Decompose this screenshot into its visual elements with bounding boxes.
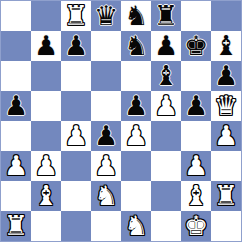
- square-b7[interactable]: ♟: [31, 31, 61, 61]
- square-f7[interactable]: ♟: [151, 31, 181, 61]
- piece-black-pawn: ♟: [34, 31, 58, 61]
- square-h6[interactable]: ♟: [211, 61, 241, 91]
- piece-white-pawn: ♟: [184, 151, 208, 181]
- square-e3[interactable]: [121, 151, 151, 181]
- square-g7[interactable]: ♚: [181, 31, 211, 61]
- square-a8[interactable]: [1, 1, 31, 31]
- square-e8[interactable]: ♞: [121, 1, 151, 31]
- piece-white-pawn: ♟: [34, 151, 58, 181]
- square-d6[interactable]: [91, 61, 121, 91]
- piece-white-pawn: ♟: [4, 151, 28, 181]
- square-a4[interactable]: [1, 121, 31, 151]
- square-a5[interactable]: ♟: [1, 91, 31, 121]
- square-c4[interactable]: ♟: [61, 121, 91, 151]
- piece-white-bishop: ♝: [184, 181, 208, 211]
- square-h2[interactable]: ♜: [211, 181, 241, 211]
- square-f5[interactable]: ♟: [151, 91, 181, 121]
- square-e1[interactable]: ♞: [121, 211, 151, 241]
- square-e6[interactable]: [121, 61, 151, 91]
- square-c3[interactable]: [61, 151, 91, 181]
- square-d2[interactable]: ♞: [91, 181, 121, 211]
- piece-black-pawn: ♟: [154, 31, 178, 61]
- square-f6[interactable]: ♝: [151, 61, 181, 91]
- square-c6[interactable]: [61, 61, 91, 91]
- piece-white-knight: ♞: [94, 181, 118, 211]
- square-e2[interactable]: [121, 181, 151, 211]
- piece-black-pawn: ♟: [94, 121, 118, 151]
- square-d3[interactable]: ♟: [91, 151, 121, 181]
- square-b1[interactable]: [31, 211, 61, 241]
- piece-black-pawn: ♟: [64, 31, 88, 61]
- square-g6[interactable]: [181, 61, 211, 91]
- square-d4[interactable]: ♟: [91, 121, 121, 151]
- piece-black-rook: ♜: [154, 1, 178, 31]
- piece-black-knight: ♞: [124, 1, 148, 31]
- square-a1[interactable]: ♜: [1, 211, 31, 241]
- piece-black-bishop: ♝: [154, 61, 178, 91]
- square-g3[interactable]: ♟: [181, 151, 211, 181]
- square-h4[interactable]: ♟: [211, 121, 241, 151]
- square-g2[interactable]: ♝: [181, 181, 211, 211]
- square-h1[interactable]: [211, 211, 241, 241]
- square-f4[interactable]: [151, 121, 181, 151]
- square-b4[interactable]: [31, 121, 61, 151]
- square-e7[interactable]: ♞: [121, 31, 151, 61]
- square-b3[interactable]: ♟: [31, 151, 61, 181]
- square-b8[interactable]: [31, 1, 61, 31]
- piece-white-knight: ♞: [124, 211, 148, 241]
- square-h5[interactable]: ♛: [211, 91, 241, 121]
- piece-black-pawn: ♟: [214, 61, 238, 91]
- piece-white-queen: ♛: [214, 91, 238, 121]
- square-f8[interactable]: ♜: [151, 1, 181, 31]
- square-e5[interactable]: ♟: [121, 91, 151, 121]
- square-d8[interactable]: ♛: [91, 1, 121, 31]
- square-g8[interactable]: [181, 1, 211, 31]
- square-h3[interactable]: [211, 151, 241, 181]
- piece-white-king: ♚: [184, 211, 208, 241]
- square-d1[interactable]: [91, 211, 121, 241]
- piece-white-rook: ♜: [64, 1, 88, 31]
- piece-white-pawn: ♟: [94, 151, 118, 181]
- piece-white-rook: ♜: [214, 181, 238, 211]
- square-a7[interactable]: [1, 31, 31, 61]
- square-h8[interactable]: [211, 1, 241, 31]
- square-b5[interactable]: [31, 91, 61, 121]
- piece-black-king: ♚: [184, 31, 208, 61]
- piece-black-knight: ♞: [124, 31, 148, 61]
- square-g5[interactable]: ♟: [181, 91, 211, 121]
- square-f2[interactable]: [151, 181, 181, 211]
- piece-white-rook: ♜: [4, 211, 28, 241]
- piece-white-bishop: ♝: [34, 181, 58, 211]
- piece-white-pawn: ♟: [214, 121, 238, 151]
- square-b6[interactable]: [31, 61, 61, 91]
- square-c5[interactable]: [61, 91, 91, 121]
- piece-black-pawn: ♟: [184, 91, 208, 121]
- piece-black-queen: ♛: [94, 1, 118, 31]
- square-h7[interactable]: ♝: [211, 31, 241, 61]
- piece-white-pawn: ♟: [154, 91, 178, 121]
- piece-black-bishop: ♝: [214, 31, 238, 61]
- square-b2[interactable]: ♝: [31, 181, 61, 211]
- square-c1[interactable]: [61, 211, 91, 241]
- piece-black-pawn: ♟: [4, 91, 28, 121]
- square-c7[interactable]: ♟: [61, 31, 91, 61]
- square-d5[interactable]: [91, 91, 121, 121]
- chess-board: ♜♛♞♜♟♟♞♟♚♝♝♟♟♟♟♟♛♟♟♟♟♟♟♟♟♝♞♝♜♜♞♚: [0, 0, 242, 242]
- square-a6[interactable]: [1, 61, 31, 91]
- square-d7[interactable]: [91, 31, 121, 61]
- square-f3[interactable]: [151, 151, 181, 181]
- square-c2[interactable]: [61, 181, 91, 211]
- piece-white-pawn: ♟: [64, 121, 88, 151]
- square-g4[interactable]: [181, 121, 211, 151]
- square-c8[interactable]: ♜: [61, 1, 91, 31]
- square-a2[interactable]: [1, 181, 31, 211]
- square-a3[interactable]: ♟: [1, 151, 31, 181]
- piece-black-pawn: ♟: [124, 91, 148, 121]
- square-g1[interactable]: ♚: [181, 211, 211, 241]
- square-e4[interactable]: ♟: [121, 121, 151, 151]
- square-f1[interactable]: [151, 211, 181, 241]
- piece-white-pawn: ♟: [124, 121, 148, 151]
